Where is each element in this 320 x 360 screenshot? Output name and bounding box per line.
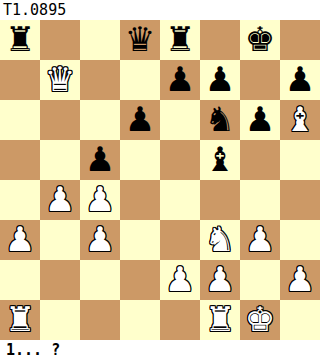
- square-g5[interactable]: [240, 140, 280, 180]
- piece-black-king-g8: ♚: [245, 19, 275, 59]
- piece-black-knight-f6: ♞: [205, 99, 235, 139]
- square-e2[interactable]: ♟: [160, 260, 200, 300]
- piece-white-pawn-f2: ♟: [205, 259, 235, 299]
- square-c3[interactable]: ♟: [80, 220, 120, 260]
- piece-white-pawn-g3: ♟: [245, 219, 275, 259]
- chess-diagram-window: T1.0895 ♜♛♜♚♛♟♟♟♟♞♟♝♟♝♟♟♟♟♞♟♟♟♟♜♜♚ 1... …: [0, 0, 320, 360]
- square-d5[interactable]: [120, 140, 160, 180]
- square-h8[interactable]: [280, 20, 320, 60]
- piece-white-rook-f1: ♜: [205, 299, 235, 339]
- square-d6[interactable]: ♟: [120, 100, 160, 140]
- piece-white-queen-b7: ♛: [45, 59, 75, 99]
- piece-white-pawn-c3: ♟: [85, 219, 115, 259]
- square-c1[interactable]: [80, 300, 120, 340]
- square-a7[interactable]: [0, 60, 40, 100]
- square-a3[interactable]: ♟: [0, 220, 40, 260]
- square-c7[interactable]: [80, 60, 120, 100]
- chess-board: ♜♛♜♚♛♟♟♟♟♞♟♝♟♝♟♟♟♟♞♟♟♟♟♜♜♚: [0, 20, 320, 340]
- square-d1[interactable]: [120, 300, 160, 340]
- square-b3[interactable]: [40, 220, 80, 260]
- square-h5[interactable]: [280, 140, 320, 180]
- piece-black-rook-e8: ♜: [165, 19, 195, 59]
- move-prompt: 1... ?: [0, 340, 320, 360]
- square-f2[interactable]: ♟: [200, 260, 240, 300]
- square-g6[interactable]: ♟: [240, 100, 280, 140]
- piece-white-pawn-a3: ♟: [5, 219, 35, 259]
- square-a1[interactable]: ♜: [0, 300, 40, 340]
- piece-white-pawn-h2: ♟: [285, 259, 315, 299]
- piece-black-pawn-g6: ♟: [245, 99, 275, 139]
- piece-white-bishop-h6: ♝: [285, 99, 315, 139]
- piece-black-pawn-f7: ♟: [205, 59, 235, 99]
- square-g4[interactable]: [240, 180, 280, 220]
- square-e5[interactable]: [160, 140, 200, 180]
- square-f6[interactable]: ♞: [200, 100, 240, 140]
- square-g8[interactable]: ♚: [240, 20, 280, 60]
- piece-white-pawn-b4: ♟: [45, 179, 75, 219]
- square-b2[interactable]: [40, 260, 80, 300]
- square-f7[interactable]: ♟: [200, 60, 240, 100]
- square-h3[interactable]: [280, 220, 320, 260]
- piece-white-knight-f3: ♞: [205, 219, 235, 259]
- piece-white-king-g1: ♚: [245, 299, 275, 339]
- square-g7[interactable]: [240, 60, 280, 100]
- square-g2[interactable]: [240, 260, 280, 300]
- square-a4[interactable]: [0, 180, 40, 220]
- square-b1[interactable]: [40, 300, 80, 340]
- square-e7[interactable]: ♟: [160, 60, 200, 100]
- piece-black-rook-a8: ♜: [5, 19, 35, 59]
- square-a8[interactable]: ♜: [0, 20, 40, 60]
- square-f4[interactable]: [200, 180, 240, 220]
- square-e3[interactable]: [160, 220, 200, 260]
- square-b8[interactable]: [40, 20, 80, 60]
- square-d4[interactable]: [120, 180, 160, 220]
- piece-black-pawn-d6: ♟: [125, 99, 155, 139]
- square-b5[interactable]: [40, 140, 80, 180]
- piece-black-bishop-f5: ♝: [205, 139, 235, 179]
- square-f3[interactable]: ♞: [200, 220, 240, 260]
- square-a5[interactable]: [0, 140, 40, 180]
- square-e1[interactable]: [160, 300, 200, 340]
- piece-white-pawn-c4: ♟: [85, 179, 115, 219]
- square-h7[interactable]: ♟: [280, 60, 320, 100]
- square-d2[interactable]: [120, 260, 160, 300]
- square-h6[interactable]: ♝: [280, 100, 320, 140]
- square-c4[interactable]: ♟: [80, 180, 120, 220]
- piece-black-pawn-c5: ♟: [85, 139, 115, 179]
- piece-black-pawn-e7: ♟: [165, 59, 195, 99]
- puzzle-title: T1.0895: [0, 0, 320, 20]
- square-d3[interactable]: [120, 220, 160, 260]
- piece-black-pawn-h7: ♟: [285, 59, 315, 99]
- square-c8[interactable]: [80, 20, 120, 60]
- piece-white-pawn-e2: ♟: [165, 259, 195, 299]
- square-d7[interactable]: [120, 60, 160, 100]
- square-f1[interactable]: ♜: [200, 300, 240, 340]
- square-g1[interactable]: ♚: [240, 300, 280, 340]
- square-h4[interactable]: [280, 180, 320, 220]
- square-e6[interactable]: [160, 100, 200, 140]
- square-h2[interactable]: ♟: [280, 260, 320, 300]
- square-a2[interactable]: [0, 260, 40, 300]
- square-c5[interactable]: ♟: [80, 140, 120, 180]
- square-f5[interactable]: ♝: [200, 140, 240, 180]
- square-a6[interactable]: [0, 100, 40, 140]
- square-e4[interactable]: [160, 180, 200, 220]
- square-b7[interactable]: ♛: [40, 60, 80, 100]
- square-d8[interactable]: ♛: [120, 20, 160, 60]
- square-h1[interactable]: [280, 300, 320, 340]
- square-f8[interactable]: [200, 20, 240, 60]
- square-c6[interactable]: [80, 100, 120, 140]
- piece-black-queen-d8: ♛: [125, 19, 155, 59]
- square-e8[interactable]: ♜: [160, 20, 200, 60]
- square-g3[interactable]: ♟: [240, 220, 280, 260]
- piece-white-rook-a1: ♜: [5, 299, 35, 339]
- square-c2[interactable]: [80, 260, 120, 300]
- square-b4[interactable]: ♟: [40, 180, 80, 220]
- square-b6[interactable]: [40, 100, 80, 140]
